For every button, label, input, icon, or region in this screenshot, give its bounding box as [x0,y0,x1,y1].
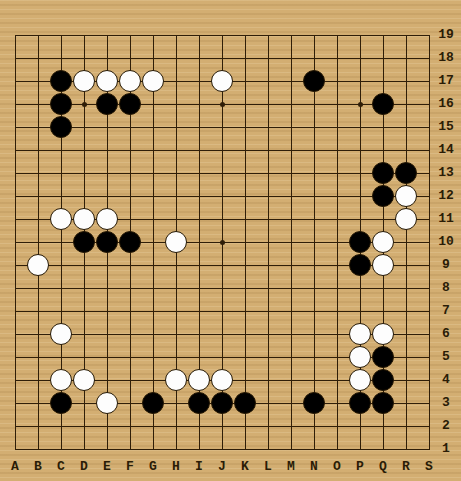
stone-black-q12 [372,185,394,207]
column-label-p: P [349,460,371,474]
column-label-k: K [234,460,256,474]
stone-black-q13 [372,162,394,184]
stone-black-c17 [50,70,72,92]
stone-white-g17 [142,70,164,92]
stone-black-c15 [50,116,72,138]
stone-black-j3 [211,392,233,414]
column-label-l: L [257,460,279,474]
stone-white-d11 [73,208,95,230]
stone-white-q6 [372,323,394,345]
row-label-15: 15 [432,119,460,135]
row-label-5: 5 [432,349,460,365]
stone-black-g3 [142,392,164,414]
stone-white-e17 [96,70,118,92]
star-point-j10 [220,240,225,245]
stone-black-n17 [303,70,325,92]
stone-white-h10 [165,231,187,253]
stone-white-q10 [372,231,394,253]
stone-black-e16 [96,93,118,115]
stone-white-p4 [349,369,371,391]
row-label-1: 1 [432,441,460,457]
stone-white-q9 [372,254,394,276]
column-label-h: H [165,460,187,474]
stone-white-d4 [73,369,95,391]
row-label-7: 7 [432,303,460,319]
stone-black-c16 [50,93,72,115]
stone-black-f10 [119,231,141,253]
column-label-i: I [188,460,210,474]
go-board[interactable] [15,35,430,450]
column-label-d: D [73,460,95,474]
column-label-f: F [119,460,141,474]
stone-black-e10 [96,231,118,253]
stone-white-c6 [50,323,72,345]
stone-black-q5 [372,346,394,368]
stone-white-r11 [395,208,417,230]
column-label-n: N [303,460,325,474]
stone-black-c3 [50,392,72,414]
row-label-6: 6 [432,326,460,342]
row-label-13: 13 [432,165,460,181]
row-label-14: 14 [432,142,460,158]
row-label-11: 11 [432,211,460,227]
column-label-s: S [418,460,440,474]
stone-black-r13 [395,162,417,184]
stone-white-c11 [50,208,72,230]
column-label-q: Q [372,460,394,474]
stone-black-f16 [119,93,141,115]
stone-white-f17 [119,70,141,92]
row-label-17: 17 [432,73,460,89]
stone-white-e11 [96,208,118,230]
stone-black-q16 [372,93,394,115]
stone-black-d10 [73,231,95,253]
row-label-16: 16 [432,96,460,112]
row-label-19: 19 [432,27,460,43]
stone-black-n3 [303,392,325,414]
column-label-r: R [395,460,417,474]
stone-white-r12 [395,185,417,207]
column-label-j: J [211,460,233,474]
row-label-12: 12 [432,188,460,204]
column-label-c: C [50,460,72,474]
go-board-diagram: ABCDEFGHIJKLMNOPQRS 19181716151413121110… [0,0,461,481]
stone-white-i4 [188,369,210,391]
stone-white-p5 [349,346,371,368]
stone-black-q4 [372,369,394,391]
stone-white-h4 [165,369,187,391]
column-label-b: B [27,460,49,474]
star-point-p16 [358,102,363,107]
row-label-4: 4 [432,372,460,388]
stone-black-i3 [188,392,210,414]
row-label-18: 18 [432,50,460,66]
column-label-a: A [4,460,26,474]
column-label-m: M [280,460,302,474]
stone-black-q3 [372,392,394,414]
stone-white-e3 [96,392,118,414]
star-point-d16 [82,102,87,107]
stone-white-c4 [50,369,72,391]
stone-black-p10 [349,231,371,253]
row-label-2: 2 [432,418,460,434]
stone-black-p3 [349,392,371,414]
column-label-o: O [326,460,348,474]
column-label-g: G [142,460,164,474]
stone-black-p9 [349,254,371,276]
stone-black-k3 [234,392,256,414]
stone-white-b9 [27,254,49,276]
stone-white-j4 [211,369,233,391]
row-label-9: 9 [432,257,460,273]
row-label-8: 8 [432,280,460,296]
stone-white-j17 [211,70,233,92]
row-label-10: 10 [432,234,460,250]
row-label-3: 3 [432,395,460,411]
stone-white-d17 [73,70,95,92]
stone-white-p6 [349,323,371,345]
star-point-j16 [220,102,225,107]
column-label-e: E [96,460,118,474]
